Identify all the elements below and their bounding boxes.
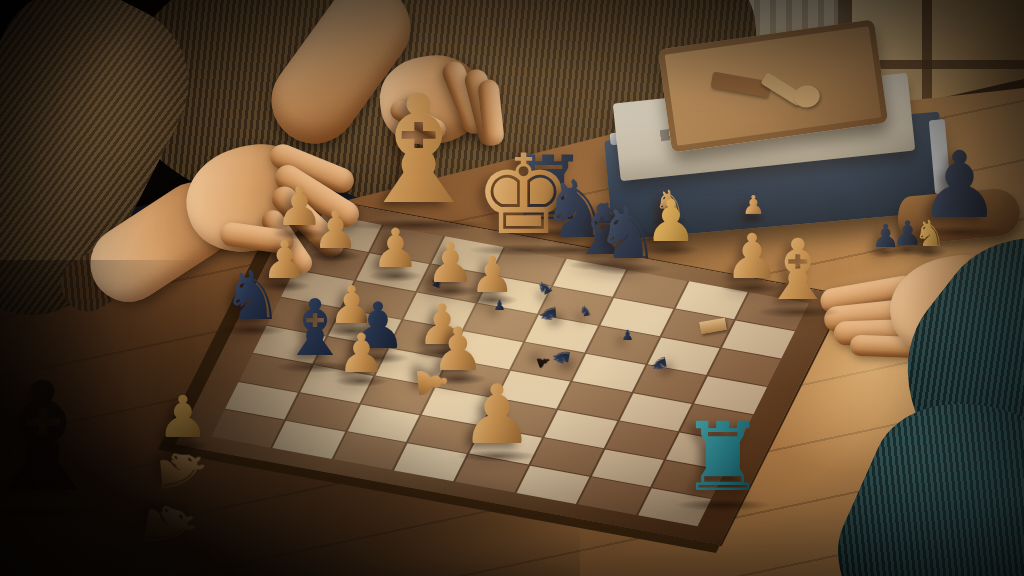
piece-white-pawn-d7[interactable]: ♟ [465, 250, 520, 300]
debris-white-pawn: ♟ [410, 358, 454, 405]
debris-black-knight: ♞ [577, 303, 594, 319]
box-content-piece [711, 72, 771, 98]
scene: ♟♝♚♜♞♟♟♝♟♟♟♟♝♞♟♟♟♞♝♟♟♟♟♞♞♟♞♞♞♟♟♞♟♝♟♞♞♜♟♟… [0, 0, 1024, 576]
piece-black-knight-f7[interactable]: ♞ [588, 197, 667, 269]
piece-white-pawn-d5[interactable]: ♟ [452, 374, 542, 456]
debris-black-pawn: ♟ [492, 298, 507, 312]
piece-white-pawn-b4[interactable]: ♟ [332, 327, 391, 381]
captured-gold-knight: ♞ [910, 216, 950, 252]
captured-white-knight: ♞ [130, 483, 208, 566]
captured-white-pawn: ♟ [739, 192, 768, 218]
piece-white-bishop-h8[interactable]: ♝ [752, 228, 844, 312]
debris-black-knight: ♞ [537, 301, 561, 327]
captured-teal-rook: ♜ [670, 410, 775, 505]
debris-black-knight: ♞ [647, 351, 671, 376]
piece-white-pawn-a7[interactable]: ♟ [307, 204, 364, 256]
captured-shadow-bishop: ♝ [0, 362, 125, 512]
captured-black-pawn: ♟ [868, 220, 903, 252]
debris-black-pawn: ♟ [620, 328, 635, 342]
piece-white-pawn-b7[interactable]: ♟ [366, 222, 425, 276]
